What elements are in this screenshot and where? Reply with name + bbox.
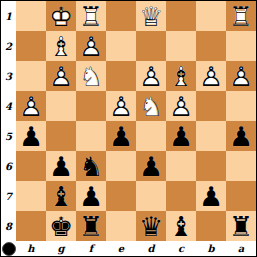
square-b4[interactable] — [196, 91, 226, 121]
file-label-b: b — [196, 241, 226, 256]
move-indicator-cell — [1, 241, 16, 256]
piece-white-pawn-a3: ♟♙ — [226, 61, 256, 91]
square-a6[interactable] — [226, 151, 256, 181]
piece-white-pawn-b3: ♟♙ — [196, 61, 226, 91]
square-h7[interactable] — [16, 181, 46, 211]
square-d4[interactable]: ♞♘ — [136, 91, 166, 121]
square-g1[interactable]: ♚♔ — [46, 1, 76, 31]
square-f6[interactable]: ♞ — [76, 151, 106, 181]
square-e4[interactable]: ♟♙ — [106, 91, 136, 121]
square-g2[interactable]: ♝♗ — [46, 31, 76, 61]
piece-black-bishop-c8: ♝ — [166, 211, 196, 241]
square-f3[interactable]: ♞♘ — [76, 61, 106, 91]
piece-black-king-g8: ♚ — [46, 211, 76, 241]
square-f5[interactable] — [76, 121, 106, 151]
square-c6[interactable] — [166, 151, 196, 181]
square-b6[interactable] — [196, 151, 226, 181]
square-e5[interactable]: ♟ — [106, 121, 136, 151]
file-label-c: c — [166, 241, 196, 256]
piece-white-pawn-g3: ♟♙ — [46, 61, 76, 91]
piece-black-knight-f6: ♞ — [76, 151, 106, 181]
rank-label-6: 6 — [1, 151, 16, 181]
rank-label-2: 2 — [1, 31, 16, 61]
square-h2[interactable] — [16, 31, 46, 61]
file-label-d: d — [136, 241, 166, 256]
piece-black-pawn-f7: ♟ — [76, 181, 106, 211]
square-e2[interactable] — [106, 31, 136, 61]
square-f1[interactable]: ♜♖ — [76, 1, 106, 31]
piece-black-pawn-g6: ♟ — [46, 151, 76, 181]
square-b1[interactable] — [196, 1, 226, 31]
chess-diagram: 1♚♔♜♖♛♕♜♖2♝♗♟♙3♟♙♞♘♟♙♝♗♟♙♟♙4♟♙♟♙♞♘♟♙5♟♟♟… — [0, 0, 257, 257]
square-a3[interactable]: ♟♙ — [226, 61, 256, 91]
square-d3[interactable]: ♟♙ — [136, 61, 166, 91]
square-f2[interactable]: ♟♙ — [76, 31, 106, 61]
square-g4[interactable] — [46, 91, 76, 121]
piece-black-pawn-e5: ♟ — [106, 121, 136, 151]
square-e1[interactable] — [106, 1, 136, 31]
square-a8[interactable]: ♜ — [226, 211, 256, 241]
square-e8[interactable] — [106, 211, 136, 241]
rank-label-1: 1 — [1, 1, 16, 31]
square-f8[interactable]: ♜ — [76, 211, 106, 241]
square-c4[interactable]: ♟♙ — [166, 91, 196, 121]
piece-black-pawn-b7: ♟ — [196, 181, 226, 211]
piece-white-bishop-g2: ♝♗ — [46, 31, 76, 61]
square-h8[interactable] — [16, 211, 46, 241]
square-b7[interactable]: ♟ — [196, 181, 226, 211]
piece-white-pawn-c4: ♟♙ — [166, 91, 196, 121]
square-h1[interactable] — [16, 1, 46, 31]
square-c5[interactable]: ♟ — [166, 121, 196, 151]
square-g6[interactable]: ♟ — [46, 151, 76, 181]
file-label-h: h — [16, 241, 46, 256]
square-a2[interactable] — [226, 31, 256, 61]
square-c7[interactable] — [166, 181, 196, 211]
rank-label-5: 5 — [1, 121, 16, 151]
file-label-a: a — [226, 241, 256, 256]
rank-label-8: 8 — [1, 211, 16, 241]
piece-white-pawn-d3: ♟♙ — [136, 61, 166, 91]
piece-white-king-g1: ♚♔ — [46, 1, 76, 31]
rank-label-7: 7 — [1, 181, 16, 211]
black-to-move-indicator — [2, 242, 16, 256]
piece-black-pawn-d6: ♟ — [136, 151, 166, 181]
square-c2[interactable] — [166, 31, 196, 61]
square-g3[interactable]: ♟♙ — [46, 61, 76, 91]
piece-black-bishop-g7: ♝ — [46, 181, 76, 211]
piece-white-pawn-h4: ♟♙ — [16, 91, 46, 121]
file-label-g: g — [46, 241, 76, 256]
piece-black-rook-f8: ♜ — [76, 211, 106, 241]
file-label-f: f — [76, 241, 106, 256]
piece-white-pawn-e4: ♟♙ — [106, 91, 136, 121]
square-a5[interactable]: ♟ — [226, 121, 256, 151]
square-f4[interactable] — [76, 91, 106, 121]
square-g7[interactable]: ♝ — [46, 181, 76, 211]
square-d1[interactable]: ♛♕ — [136, 1, 166, 31]
rank-label-4: 4 — [1, 91, 16, 121]
square-b8[interactable] — [196, 211, 226, 241]
piece-white-queen-d1: ♛♕ — [136, 1, 166, 31]
square-h6[interactable] — [16, 151, 46, 181]
piece-black-queen-d8: ♛ — [136, 211, 166, 241]
piece-white-rook-a1: ♜♖ — [226, 1, 256, 31]
square-d7[interactable] — [136, 181, 166, 211]
square-c8[interactable]: ♝ — [166, 211, 196, 241]
square-b3[interactable]: ♟♙ — [196, 61, 226, 91]
square-e3[interactable] — [106, 61, 136, 91]
square-a1[interactable]: ♜♖ — [226, 1, 256, 31]
piece-white-rook-f1: ♜♖ — [76, 1, 106, 31]
square-b2[interactable] — [196, 31, 226, 61]
square-e6[interactable] — [106, 151, 136, 181]
square-a4[interactable] — [226, 91, 256, 121]
square-g8[interactable]: ♚ — [46, 211, 76, 241]
rank-label-3: 3 — [1, 61, 16, 91]
piece-black-pawn-c5: ♟ — [166, 121, 196, 151]
square-d2[interactable] — [136, 31, 166, 61]
square-a7[interactable] — [226, 181, 256, 211]
square-d5[interactable] — [136, 121, 166, 151]
square-h3[interactable] — [16, 61, 46, 91]
piece-white-bishop-c3: ♝♗ — [166, 61, 196, 91]
piece-black-pawn-h5: ♟ — [16, 121, 46, 151]
piece-black-rook-a8: ♜ — [226, 211, 256, 241]
square-b5[interactable] — [196, 121, 226, 151]
piece-white-knight-d4: ♞♘ — [136, 91, 166, 121]
square-c1[interactable] — [166, 1, 196, 31]
square-c3[interactable]: ♝♗ — [166, 61, 196, 91]
board-grid: 1♚♔♜♖♛♕♜♖2♝♗♟♙3♟♙♞♘♟♙♝♗♟♙♟♙4♟♙♟♙♞♘♟♙5♟♟♟… — [1, 1, 256, 256]
square-g5[interactable] — [46, 121, 76, 151]
square-d8[interactable]: ♛ — [136, 211, 166, 241]
square-h4[interactable]: ♟♙ — [16, 91, 46, 121]
square-h5[interactable]: ♟ — [16, 121, 46, 151]
square-e7[interactable] — [106, 181, 136, 211]
square-d6[interactable]: ♟ — [136, 151, 166, 181]
square-f7[interactable]: ♟ — [76, 181, 106, 211]
piece-black-pawn-a5: ♟ — [226, 121, 256, 151]
piece-white-knight-f3: ♞♘ — [76, 61, 106, 91]
file-label-e: e — [106, 241, 136, 256]
piece-white-pawn-f2: ♟♙ — [76, 31, 106, 61]
